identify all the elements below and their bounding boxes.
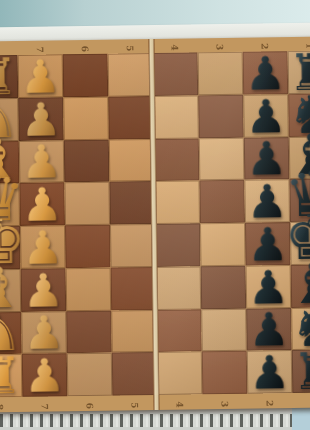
square-col6-row2[interactable] bbox=[63, 96, 109, 139]
square-col4-row2[interactable] bbox=[153, 95, 199, 138]
square-col3-row5[interactable] bbox=[200, 223, 246, 266]
square-col5-row6[interactable] bbox=[111, 267, 157, 310]
rank-label-bottom-6: 6 bbox=[67, 396, 112, 411]
chess-board: 87654321 ♜♟♟♜♞♟♟♞♝♟♟♝♛♟♟♛♚♟♟♚♝♟♟♝♞♟♟♞♜♟♟… bbox=[0, 37, 310, 413]
square-col8-row8[interactable]: ♜ bbox=[0, 354, 22, 397]
rank-label-top-5: 5 bbox=[107, 39, 152, 54]
square-col3-row7[interactable] bbox=[201, 308, 247, 351]
square-col3-row8[interactable] bbox=[202, 351, 248, 394]
square-col6-row7[interactable] bbox=[66, 310, 112, 353]
square-col5-row8[interactable] bbox=[112, 352, 158, 395]
square-col7-row8[interactable]: ♟ bbox=[22, 353, 68, 396]
black-pawn[interactable]: ♟ bbox=[249, 349, 291, 396]
rank-label-top-3: 3 bbox=[197, 38, 242, 53]
rank-label-top-4: 4 bbox=[152, 38, 197, 53]
rank-label-bottom-4: 4 bbox=[157, 395, 202, 410]
square-col5-row1[interactable] bbox=[108, 53, 154, 96]
square-col4-row1[interactable] bbox=[153, 52, 199, 95]
square-col4-row7[interactable] bbox=[156, 309, 202, 352]
square-col3-row3[interactable] bbox=[199, 137, 245, 180]
black-rook[interactable]: ♜ bbox=[292, 346, 310, 397]
rank-label-top-6: 6 bbox=[62, 40, 107, 55]
square-col5-row5[interactable] bbox=[110, 224, 156, 267]
radiator-fins bbox=[0, 414, 298, 427]
square-col3-row1[interactable] bbox=[198, 52, 244, 95]
square-col5-row7[interactable] bbox=[111, 309, 157, 352]
square-col6-row8[interactable] bbox=[67, 353, 113, 396]
square-col5-row3[interactable] bbox=[109, 139, 155, 182]
square-col4-row6[interactable] bbox=[156, 266, 202, 309]
square-col5-row2[interactable] bbox=[108, 96, 154, 139]
square-col6-row3[interactable] bbox=[64, 139, 110, 182]
square-col2-row8[interactable]: ♟ bbox=[247, 350, 293, 393]
square-col4-row8[interactable] bbox=[157, 352, 203, 395]
rank-label-bottom-5: 5 bbox=[112, 395, 157, 410]
square-col6-row4[interactable] bbox=[64, 182, 110, 225]
square-col1-row8[interactable]: ♜ bbox=[292, 350, 310, 393]
square-col6-row1[interactable] bbox=[63, 54, 109, 97]
square-col6-row6[interactable] bbox=[66, 267, 112, 310]
square-col4-row5[interactable] bbox=[155, 223, 201, 266]
white-rook[interactable]: ♜ bbox=[0, 351, 22, 402]
square-col4-row4[interactable] bbox=[154, 181, 200, 224]
square-col4-row3[interactable] bbox=[154, 138, 200, 181]
chess-board-photo: 87654321 ♜♟♟♜♞♟♟♞♝♟♟♝♛♟♟♛♚♟♟♚♝♟♟♝♞♟♟♞♜♟♟… bbox=[0, 0, 310, 430]
square-col3-row4[interactable] bbox=[199, 180, 245, 223]
square-col3-row2[interactable] bbox=[198, 95, 244, 138]
rank-label-bottom-3: 3 bbox=[202, 394, 247, 409]
square-col6-row5[interactable] bbox=[65, 225, 111, 268]
square-col5-row4[interactable] bbox=[109, 181, 155, 224]
square-col3-row6[interactable] bbox=[201, 265, 247, 308]
white-pawn[interactable]: ♟ bbox=[24, 352, 66, 399]
